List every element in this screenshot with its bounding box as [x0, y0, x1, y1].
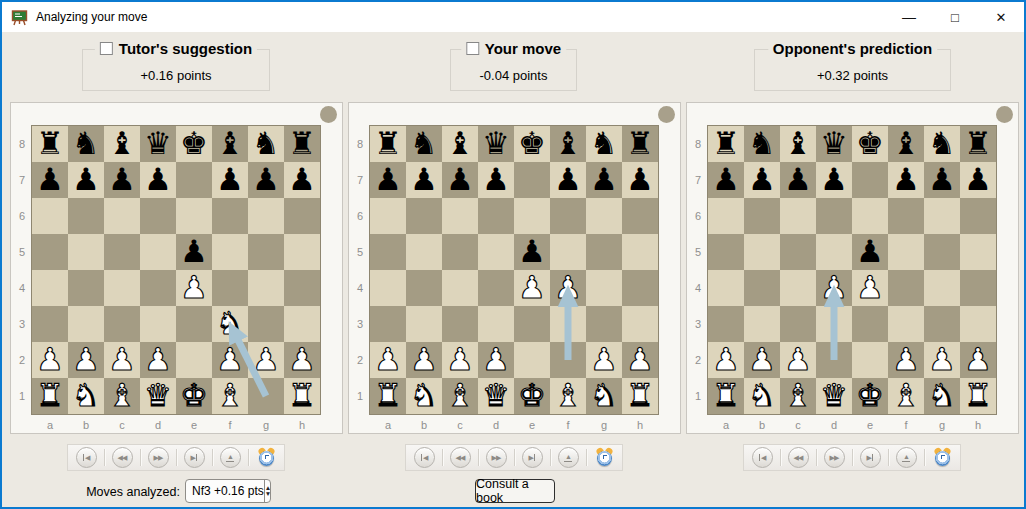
square-c3[interactable] [780, 306, 816, 342]
square-g7[interactable]: ♟ [924, 162, 960, 198]
square-b8[interactable]: ♞ [406, 126, 442, 162]
square-c5[interactable] [780, 234, 816, 270]
square-a2[interactable]: ♟ [370, 342, 406, 378]
white-p-piece[interactable]: ♟ [590, 344, 618, 375]
square-d7[interactable]: ♟ [140, 162, 176, 198]
square-a4[interactable] [32, 270, 68, 306]
square-d2[interactable]: ♟ [478, 342, 514, 378]
black-p-piece[interactable]: ♟ [216, 164, 244, 195]
square-c7[interactable]: ♟ [104, 162, 140, 198]
black-n-piece[interactable]: ♞ [748, 128, 776, 159]
square-a6[interactable] [370, 198, 406, 234]
square-c2[interactable]: ♟ [780, 342, 816, 378]
square-d5[interactable] [140, 234, 176, 270]
black-p-piece[interactable]: ♟ [446, 164, 474, 195]
black-r-piece[interactable]: ♜ [712, 128, 740, 159]
square-g5[interactable] [248, 234, 284, 270]
square-a6[interactable] [32, 198, 68, 234]
square-h3[interactable] [284, 306, 320, 342]
square-h1[interactable]: ♜ [622, 378, 658, 414]
black-p-piece[interactable]: ♟ [36, 164, 64, 195]
square-a7[interactable]: ♟ [708, 162, 744, 198]
white-p-piece[interactable]: ♟ [554, 272, 582, 303]
white-b-piece[interactable]: ♝ [216, 380, 244, 411]
square-f3[interactable] [550, 306, 586, 342]
square-a5[interactable] [370, 234, 406, 270]
square-b7[interactable]: ♟ [406, 162, 442, 198]
square-c5[interactable] [104, 234, 140, 270]
square-b4[interactable] [68, 270, 104, 306]
square-h3[interactable] [960, 306, 996, 342]
square-h6[interactable] [960, 198, 996, 234]
white-r-piece[interactable]: ♜ [712, 380, 740, 411]
square-d3[interactable] [478, 306, 514, 342]
white-b-piece[interactable]: ♝ [108, 380, 136, 411]
square-d3[interactable] [140, 306, 176, 342]
square-a2[interactable]: ♟ [32, 342, 68, 378]
forward-button[interactable]: ▶▶ [824, 447, 845, 468]
square-g8[interactable]: ♞ [248, 126, 284, 162]
square-h3[interactable] [622, 306, 658, 342]
forward-button[interactable]: ▶▶ [486, 447, 507, 468]
white-p-piece[interactable]: ♟ [518, 272, 546, 303]
black-n-piece[interactable]: ♞ [590, 128, 618, 159]
square-g3[interactable] [924, 306, 960, 342]
white-r-piece[interactable]: ♜ [626, 380, 654, 411]
black-p-piece[interactable]: ♟ [518, 236, 546, 267]
go-first-button[interactable]: ◀ [76, 447, 97, 468]
white-p-piece[interactable]: ♟ [374, 344, 402, 375]
square-g8[interactable]: ♞ [586, 126, 622, 162]
square-f5[interactable] [888, 234, 924, 270]
square-b4[interactable] [744, 270, 780, 306]
black-p-piece[interactable]: ♟ [784, 164, 812, 195]
square-g1[interactable]: ♞ [924, 378, 960, 414]
black-n-piece[interactable]: ♞ [928, 128, 956, 159]
white-p-piece[interactable]: ♟ [892, 344, 920, 375]
black-r-piece[interactable]: ♜ [374, 128, 402, 159]
white-b-piece[interactable]: ♝ [892, 380, 920, 411]
black-p-piece[interactable]: ♟ [144, 164, 172, 195]
square-c6[interactable] [780, 198, 816, 234]
square-e5[interactable]: ♟ [514, 234, 550, 270]
black-p-piece[interactable]: ♟ [410, 164, 438, 195]
white-n-piece[interactable]: ♞ [410, 380, 438, 411]
square-e8[interactable]: ♚ [514, 126, 550, 162]
square-e2[interactable] [514, 342, 550, 378]
square-c4[interactable] [104, 270, 140, 306]
square-h5[interactable] [960, 234, 996, 270]
square-d8[interactable]: ♛ [478, 126, 514, 162]
square-e5[interactable]: ♟ [852, 234, 888, 270]
square-e3[interactable] [176, 306, 212, 342]
white-k-piece[interactable]: ♚ [518, 380, 546, 411]
square-f1[interactable]: ♝ [550, 378, 586, 414]
square-c1[interactable]: ♝ [104, 378, 140, 414]
white-n-piece[interactable]: ♞ [72, 380, 100, 411]
square-f6[interactable] [212, 198, 248, 234]
square-f8[interactable]: ♝ [550, 126, 586, 162]
square-g6[interactable] [248, 198, 284, 234]
white-p-piece[interactable]: ♟ [928, 344, 956, 375]
square-h6[interactable] [284, 198, 320, 234]
white-p-piece[interactable]: ♟ [784, 344, 812, 375]
square-f8[interactable]: ♝ [888, 126, 924, 162]
square-b7[interactable]: ♟ [68, 162, 104, 198]
square-g7[interactable]: ♟ [248, 162, 284, 198]
square-d1[interactable]: ♛ [816, 378, 852, 414]
white-p-piece[interactable]: ♟ [180, 272, 208, 303]
square-c7[interactable]: ♟ [780, 162, 816, 198]
square-e7[interactable] [514, 162, 550, 198]
white-n-piece[interactable]: ♞ [216, 308, 244, 339]
square-b4[interactable] [406, 270, 442, 306]
square-d7[interactable]: ♟ [478, 162, 514, 198]
square-e3[interactable] [852, 306, 888, 342]
white-p-piece[interactable]: ♟ [144, 344, 172, 375]
square-e6[interactable] [852, 198, 888, 234]
square-h5[interactable] [284, 234, 320, 270]
black-q-piece[interactable]: ♛ [820, 128, 848, 159]
square-a7[interactable]: ♟ [32, 162, 68, 198]
square-b1[interactable]: ♞ [406, 378, 442, 414]
square-f1[interactable]: ♝ [888, 378, 924, 414]
square-g3[interactable] [586, 306, 622, 342]
square-c8[interactable]: ♝ [442, 126, 478, 162]
moves-analyzed-spinbox[interactable]: Nf3 +0.16 pts ▲ ▼ [185, 479, 271, 503]
white-n-piece[interactable]: ♞ [590, 380, 618, 411]
white-n-piece[interactable]: ♞ [748, 380, 776, 411]
timer-button[interactable] [594, 447, 615, 468]
black-p-piece[interactable]: ♟ [748, 164, 776, 195]
square-d8[interactable]: ♛ [140, 126, 176, 162]
black-p-piece[interactable]: ♟ [252, 164, 280, 195]
eject-button[interactable]: ▲ [558, 447, 579, 468]
square-h2[interactable]: ♟ [284, 342, 320, 378]
square-g3[interactable] [248, 306, 284, 342]
white-p-piece[interactable]: ♟ [72, 344, 100, 375]
white-p-piece[interactable]: ♟ [482, 344, 510, 375]
square-e4[interactable]: ♟ [514, 270, 550, 306]
square-c2[interactable]: ♟ [442, 342, 478, 378]
square-b5[interactable] [744, 234, 780, 270]
square-d6[interactable] [816, 198, 852, 234]
square-e3[interactable] [514, 306, 550, 342]
square-c8[interactable]: ♝ [780, 126, 816, 162]
consult-book-button[interactable]: Consult a book [475, 479, 555, 503]
square-d1[interactable]: ♛ [140, 378, 176, 414]
square-c1[interactable]: ♝ [442, 378, 478, 414]
square-c4[interactable] [442, 270, 478, 306]
square-e6[interactable] [514, 198, 550, 234]
square-d5[interactable] [478, 234, 514, 270]
white-r-piece[interactable]: ♜ [36, 380, 64, 411]
white-p-piece[interactable]: ♟ [626, 344, 654, 375]
square-a1[interactable]: ♜ [32, 378, 68, 414]
square-g6[interactable] [924, 198, 960, 234]
square-g2[interactable]: ♟ [586, 342, 622, 378]
square-e8[interactable]: ♚ [852, 126, 888, 162]
black-b-piece[interactable]: ♝ [892, 128, 920, 159]
square-d2[interactable]: ♟ [140, 342, 176, 378]
white-p-piece[interactable]: ♟ [288, 344, 316, 375]
square-d6[interactable] [478, 198, 514, 234]
black-r-piece[interactable]: ♜ [964, 128, 992, 159]
square-b6[interactable] [406, 198, 442, 234]
chess-board-your-move[interactable]: ♜♞♝♛♚♝♞♜♟♟♟♟♟♟♟♟♟♟♟♟♟♟♟♟♜♞♝♛♚♝♞♜ [369, 125, 659, 415]
white-q-piece[interactable]: ♛ [820, 380, 848, 411]
minimize-button[interactable]: — [886, 2, 932, 32]
square-h6[interactable] [622, 198, 658, 234]
black-p-piece[interactable]: ♟ [374, 164, 402, 195]
white-p-piece[interactable]: ♟ [216, 344, 244, 375]
square-f7[interactable]: ♟ [550, 162, 586, 198]
square-f6[interactable] [550, 198, 586, 234]
black-k-piece[interactable]: ♚ [518, 128, 546, 159]
square-f2[interactable]: ♟ [212, 342, 248, 378]
close-button[interactable]: ✕ [978, 2, 1024, 32]
square-g5[interactable] [924, 234, 960, 270]
square-e4[interactable]: ♟ [852, 270, 888, 306]
white-k-piece[interactable]: ♚ [856, 380, 884, 411]
square-f3[interactable]: ♞ [212, 306, 248, 342]
black-p-piece[interactable]: ♟ [590, 164, 618, 195]
square-b2[interactable]: ♟ [68, 342, 104, 378]
square-f4[interactable]: ♟ [550, 270, 586, 306]
square-g5[interactable] [586, 234, 622, 270]
black-n-piece[interactable]: ♞ [72, 128, 100, 159]
square-e2[interactable] [176, 342, 212, 378]
square-h1[interactable]: ♜ [284, 378, 320, 414]
square-h2[interactable]: ♟ [960, 342, 996, 378]
tutor-suggestion-checkbox[interactable] [100, 42, 113, 55]
go-last-button[interactable]: ▶ [184, 447, 205, 468]
square-c3[interactable] [104, 306, 140, 342]
black-n-piece[interactable]: ♞ [410, 128, 438, 159]
square-f1[interactable]: ♝ [212, 378, 248, 414]
square-h5[interactable] [622, 234, 658, 270]
white-p-piece[interactable]: ♟ [410, 344, 438, 375]
square-g2[interactable]: ♟ [248, 342, 284, 378]
moves-analyzed-value[interactable]: Nf3 +0.16 pts [186, 480, 264, 502]
square-g2[interactable]: ♟ [924, 342, 960, 378]
white-k-piece[interactable]: ♚ [180, 380, 208, 411]
square-e4[interactable]: ♟ [176, 270, 212, 306]
black-n-piece[interactable]: ♞ [252, 128, 280, 159]
square-a4[interactable] [370, 270, 406, 306]
square-e1[interactable]: ♚ [514, 378, 550, 414]
square-c1[interactable]: ♝ [780, 378, 816, 414]
forward-button[interactable]: ▶▶ [148, 447, 169, 468]
square-a7[interactable]: ♟ [370, 162, 406, 198]
white-b-piece[interactable]: ♝ [784, 380, 812, 411]
square-c7[interactable]: ♟ [442, 162, 478, 198]
square-g8[interactable]: ♞ [924, 126, 960, 162]
your-move-checkbox[interactable] [466, 42, 479, 55]
black-p-piece[interactable]: ♟ [482, 164, 510, 195]
white-b-piece[interactable]: ♝ [554, 380, 582, 411]
white-p-piece[interactable]: ♟ [36, 344, 64, 375]
square-f8[interactable]: ♝ [212, 126, 248, 162]
square-a3[interactable] [370, 306, 406, 342]
white-r-piece[interactable]: ♜ [964, 380, 992, 411]
timer-button[interactable] [256, 447, 277, 468]
black-p-piece[interactable]: ♟ [554, 164, 582, 195]
black-b-piece[interactable]: ♝ [216, 128, 244, 159]
square-e8[interactable]: ♚ [176, 126, 212, 162]
square-e7[interactable] [176, 162, 212, 198]
square-f7[interactable]: ♟ [212, 162, 248, 198]
square-h1[interactable]: ♜ [960, 378, 996, 414]
square-b3[interactable] [68, 306, 104, 342]
white-p-piece[interactable]: ♟ [748, 344, 776, 375]
square-a1[interactable]: ♜ [708, 378, 744, 414]
square-h4[interactable] [284, 270, 320, 306]
white-r-piece[interactable]: ♜ [374, 380, 402, 411]
square-b7[interactable]: ♟ [744, 162, 780, 198]
white-p-piece[interactable]: ♟ [712, 344, 740, 375]
black-q-piece[interactable]: ♛ [144, 128, 172, 159]
black-b-piece[interactable]: ♝ [446, 128, 474, 159]
square-e5[interactable]: ♟ [176, 234, 212, 270]
square-e1[interactable]: ♚ [176, 378, 212, 414]
white-p-piece[interactable]: ♟ [446, 344, 474, 375]
black-p-piece[interactable]: ♟ [856, 236, 884, 267]
white-b-piece[interactable]: ♝ [446, 380, 474, 411]
square-c6[interactable] [104, 198, 140, 234]
square-h7[interactable]: ♟ [284, 162, 320, 198]
square-g4[interactable] [924, 270, 960, 306]
square-e1[interactable]: ♚ [852, 378, 888, 414]
square-b5[interactable] [68, 234, 104, 270]
black-b-piece[interactable]: ♝ [554, 128, 582, 159]
square-a2[interactable]: ♟ [708, 342, 744, 378]
square-f2[interactable] [550, 342, 586, 378]
chess-board-opponent[interactable]: ♜♞♝♛♚♝♞♜♟♟♟♟♟♟♟♟♟♟♟♟♟♟♟♟♜♞♝♛♚♝♞♜ [707, 125, 997, 415]
square-b5[interactable] [406, 234, 442, 270]
white-p-piece[interactable]: ♟ [108, 344, 136, 375]
go-last-button[interactable]: ▶ [522, 447, 543, 468]
square-g6[interactable] [586, 198, 622, 234]
square-a5[interactable] [708, 234, 744, 270]
white-r-piece[interactable]: ♜ [288, 380, 316, 411]
square-h4[interactable] [622, 270, 658, 306]
black-b-piece[interactable]: ♝ [784, 128, 812, 159]
white-p-piece[interactable]: ♟ [856, 272, 884, 303]
black-p-piece[interactable]: ♟ [108, 164, 136, 195]
square-f3[interactable] [888, 306, 924, 342]
square-b8[interactable]: ♞ [68, 126, 104, 162]
black-p-piece[interactable]: ♟ [820, 164, 848, 195]
white-p-piece[interactable]: ♟ [820, 272, 848, 303]
square-d4[interactable] [478, 270, 514, 306]
square-b1[interactable]: ♞ [744, 378, 780, 414]
go-first-button[interactable]: ◀ [414, 447, 435, 468]
square-d7[interactable]: ♟ [816, 162, 852, 198]
square-g1[interactable]: ♞ [586, 378, 622, 414]
square-f6[interactable] [888, 198, 924, 234]
black-k-piece[interactable]: ♚ [856, 128, 884, 159]
square-h8[interactable]: ♜ [960, 126, 996, 162]
eject-button[interactable]: ▲ [896, 447, 917, 468]
chess-board-tutor[interactable]: ♜♞♝♛♚♝♞♜♟♟♟♟♟♟♟♟♟♞♟♟♟♟♟♟♟♜♞♝♛♚♝♜ [31, 125, 321, 415]
square-a4[interactable] [708, 270, 744, 306]
white-n-piece[interactable]: ♞ [928, 380, 956, 411]
white-p-piece[interactable]: ♟ [964, 344, 992, 375]
square-b3[interactable] [744, 306, 780, 342]
square-d3[interactable] [816, 306, 852, 342]
black-p-piece[interactable]: ♟ [180, 236, 208, 267]
square-f4[interactable] [212, 270, 248, 306]
square-a8[interactable]: ♜ [370, 126, 406, 162]
square-c4[interactable] [780, 270, 816, 306]
square-f5[interactable] [550, 234, 586, 270]
eject-button[interactable]: ▲ [220, 447, 241, 468]
square-f2[interactable]: ♟ [888, 342, 924, 378]
white-q-piece[interactable]: ♛ [144, 380, 172, 411]
square-b1[interactable]: ♞ [68, 378, 104, 414]
square-h4[interactable] [960, 270, 996, 306]
white-q-piece[interactable]: ♛ [482, 380, 510, 411]
square-g4[interactable] [586, 270, 622, 306]
black-r-piece[interactable]: ♜ [288, 128, 316, 159]
go-last-button[interactable]: ▶ [860, 447, 881, 468]
square-e6[interactable] [176, 198, 212, 234]
black-p-piece[interactable]: ♟ [964, 164, 992, 195]
maximize-button[interactable]: □ [932, 2, 978, 32]
black-p-piece[interactable]: ♟ [288, 164, 316, 195]
white-p-piece[interactable]: ♟ [252, 344, 280, 375]
square-d5[interactable] [816, 234, 852, 270]
square-b2[interactable]: ♟ [744, 342, 780, 378]
square-f4[interactable] [888, 270, 924, 306]
rewind-button[interactable]: ◀◀ [112, 447, 133, 468]
square-a6[interactable] [708, 198, 744, 234]
black-k-piece[interactable]: ♚ [180, 128, 208, 159]
square-b6[interactable] [68, 198, 104, 234]
square-a3[interactable] [708, 306, 744, 342]
square-e2[interactable] [852, 342, 888, 378]
square-c5[interactable] [442, 234, 478, 270]
go-first-button[interactable]: ◀ [752, 447, 773, 468]
rewind-button[interactable]: ◀◀ [788, 447, 809, 468]
black-p-piece[interactable]: ♟ [928, 164, 956, 195]
square-f5[interactable] [212, 234, 248, 270]
square-h7[interactable]: ♟ [960, 162, 996, 198]
square-c6[interactable] [442, 198, 478, 234]
square-a3[interactable] [32, 306, 68, 342]
black-r-piece[interactable]: ♜ [626, 128, 654, 159]
timer-button[interactable] [932, 447, 953, 468]
square-c3[interactable] [442, 306, 478, 342]
square-c8[interactable]: ♝ [104, 126, 140, 162]
square-d4[interactable] [140, 270, 176, 306]
square-g7[interactable]: ♟ [586, 162, 622, 198]
black-q-piece[interactable]: ♛ [482, 128, 510, 159]
black-b-piece[interactable]: ♝ [108, 128, 136, 159]
square-h8[interactable]: ♜ [622, 126, 658, 162]
square-h2[interactable]: ♟ [622, 342, 658, 378]
rewind-button[interactable]: ◀◀ [450, 447, 471, 468]
square-d6[interactable] [140, 198, 176, 234]
square-d8[interactable]: ♛ [816, 126, 852, 162]
square-e7[interactable] [852, 162, 888, 198]
square-f7[interactable]: ♟ [888, 162, 924, 198]
black-r-piece[interactable]: ♜ [36, 128, 64, 159]
square-h7[interactable]: ♟ [622, 162, 658, 198]
square-g1[interactable] [248, 378, 284, 414]
spin-down-icon[interactable]: ▼ [265, 491, 271, 497]
